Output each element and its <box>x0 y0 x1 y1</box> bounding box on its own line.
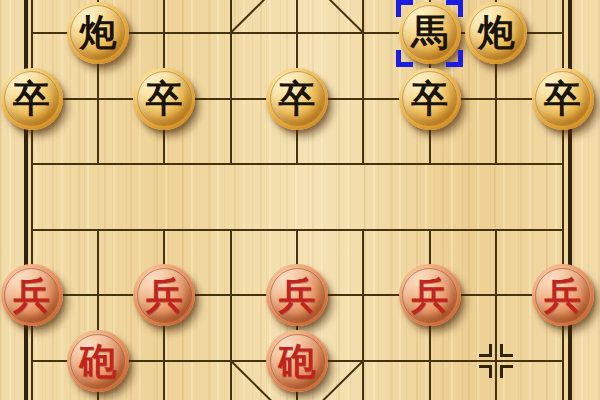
piece-red-cannon[interactable]: 砲 <box>266 330 328 392</box>
piece-glyph: 卒 <box>279 80 316 117</box>
xiangqi-board[interactable]: 車馬象士將士象車炮馬炮卒卒卒卒卒兵兵兵兵兵砲砲車馬相仕帥仕相馬車 <box>0 0 600 400</box>
corner-mark <box>446 50 463 67</box>
file-line <box>562 0 564 400</box>
point-marker <box>478 343 515 380</box>
piece-red-soldier[interactable]: 兵 <box>133 264 195 326</box>
piece-black-cannon[interactable]: 炮 <box>67 2 129 64</box>
file-line <box>230 0 232 165</box>
piece-glyph: 炮 <box>79 14 116 51</box>
corner-mark <box>500 365 513 378</box>
piece-glyph: 砲 <box>279 343 316 380</box>
piece-glyph: 兵 <box>544 277 581 314</box>
piece-glyph: 兵 <box>279 277 316 314</box>
corner-mark <box>396 50 413 67</box>
piece-red-soldier[interactable]: 兵 <box>1 264 63 326</box>
piece-black-soldier[interactable]: 卒 <box>399 68 461 130</box>
piece-glyph: 炮 <box>478 14 515 51</box>
piece-glyph: 砲 <box>79 343 116 380</box>
piece-glyph: 卒 <box>544 80 581 117</box>
file-line <box>230 229 232 400</box>
piece-glyph: 兵 <box>146 277 183 314</box>
piece-black-soldier[interactable]: 卒 <box>1 68 63 130</box>
piece-glyph: 卒 <box>411 80 448 117</box>
piece-glyph: 兵 <box>13 277 50 314</box>
corner-mark <box>479 344 492 357</box>
corner-mark <box>500 344 513 357</box>
corner-mark <box>396 0 413 17</box>
board-border-left <box>24 0 29 400</box>
file-line <box>362 0 364 165</box>
piece-glyph: 兵 <box>411 277 448 314</box>
file-line <box>362 229 364 400</box>
corner-mark <box>479 365 492 378</box>
selection-marker <box>396 0 463 67</box>
piece-black-cannon[interactable]: 炮 <box>465 2 527 64</box>
piece-black-soldier[interactable]: 卒 <box>532 68 594 130</box>
piece-red-soldier[interactable]: 兵 <box>399 264 461 326</box>
corner-mark <box>446 0 463 17</box>
piece-red-cannon[interactable]: 砲 <box>67 330 129 392</box>
file-line <box>31 0 33 400</box>
piece-black-soldier[interactable]: 卒 <box>133 68 195 130</box>
piece-red-soldier[interactable]: 兵 <box>532 264 594 326</box>
board-border-right <box>568 0 573 400</box>
piece-glyph: 卒 <box>13 80 50 117</box>
piece-glyph: 卒 <box>146 80 183 117</box>
piece-red-soldier[interactable]: 兵 <box>266 264 328 326</box>
piece-black-soldier[interactable]: 卒 <box>266 68 328 130</box>
